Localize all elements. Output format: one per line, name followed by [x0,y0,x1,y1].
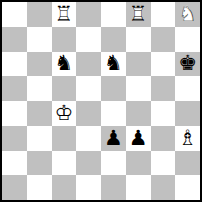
piece-black-pawn[interactable]: ♟ [101,126,126,151]
square-c8[interactable]: ♜♖ [52,2,77,27]
pawn-glyph: ♟ [126,126,151,151]
square-g1[interactable] [151,175,176,200]
piece-white-rook[interactable]: ♜♖ [126,2,151,27]
square-e8[interactable] [101,2,126,27]
square-d1[interactable] [76,175,101,200]
square-c2[interactable] [52,151,77,176]
rook-outline-glyph: ♖ [52,2,77,27]
square-a5[interactable] [2,76,27,101]
square-g6[interactable] [151,52,176,77]
square-d6[interactable] [76,52,101,77]
square-b3[interactable] [27,126,52,151]
square-e7[interactable] [101,27,126,52]
square-e5[interactable] [101,76,126,101]
square-e3[interactable]: ♟ [101,126,126,151]
bishop-outline-glyph: ♗ [175,126,200,151]
square-f1[interactable] [126,175,151,200]
chessboard: ♜♖♜♖♞♘♞♞♚♚♔♟♟♝♗ [0,0,202,202]
square-f5[interactable] [126,76,151,101]
square-b5[interactable] [27,76,52,101]
pawn-glyph: ♟ [101,126,126,151]
square-f4[interactable] [126,101,151,126]
square-a6[interactable] [2,52,27,77]
square-g5[interactable] [151,76,176,101]
square-c7[interactable] [52,27,77,52]
king-glyph: ♚ [175,52,200,77]
square-f8[interactable]: ♜♖ [126,2,151,27]
rook-outline-glyph: ♖ [126,2,151,27]
square-c4[interactable]: ♚♔ [52,101,77,126]
square-g3[interactable] [151,126,176,151]
square-b6[interactable] [27,52,52,77]
square-f2[interactable] [126,151,151,176]
piece-black-knight[interactable]: ♞ [101,52,126,77]
square-d2[interactable] [76,151,101,176]
piece-white-bishop[interactable]: ♝♗ [175,126,200,151]
square-d3[interactable] [76,126,101,151]
square-e4[interactable] [101,101,126,126]
square-c5[interactable] [52,76,77,101]
square-a2[interactable] [2,151,27,176]
square-h7[interactable] [175,27,200,52]
square-g2[interactable] [151,151,176,176]
square-f7[interactable] [126,27,151,52]
square-g7[interactable] [151,27,176,52]
square-c1[interactable] [52,175,77,200]
square-d7[interactable] [76,27,101,52]
square-d4[interactable] [76,101,101,126]
square-a4[interactable] [2,101,27,126]
piece-white-king[interactable]: ♚♔ [52,101,77,126]
square-f6[interactable] [126,52,151,77]
square-h3[interactable]: ♝♗ [175,126,200,151]
square-a1[interactable] [2,175,27,200]
square-h6[interactable]: ♚ [175,52,200,77]
square-b1[interactable] [27,175,52,200]
square-g4[interactable] [151,101,176,126]
square-a3[interactable] [2,126,27,151]
square-h5[interactable] [175,76,200,101]
square-d5[interactable] [76,76,101,101]
king-outline-glyph: ♔ [52,101,77,126]
square-a7[interactable] [2,27,27,52]
piece-white-knight[interactable]: ♞♘ [175,2,200,27]
square-h1[interactable] [175,175,200,200]
square-e2[interactable] [101,151,126,176]
square-f3[interactable]: ♟ [126,126,151,151]
square-d8[interactable] [76,2,101,27]
square-e1[interactable] [101,175,126,200]
piece-black-king[interactable]: ♚ [175,52,200,77]
square-c3[interactable] [52,126,77,151]
piece-white-rook[interactable]: ♜♖ [52,2,77,27]
knight-outline-glyph: ♘ [175,2,200,27]
square-b4[interactable] [27,101,52,126]
square-h4[interactable] [175,101,200,126]
square-e6[interactable]: ♞ [101,52,126,77]
square-c6[interactable]: ♞ [52,52,77,77]
square-h8[interactable]: ♞♘ [175,2,200,27]
piece-black-knight[interactable]: ♞ [52,52,77,77]
knight-glyph: ♞ [52,52,77,77]
square-b8[interactable] [27,2,52,27]
square-g8[interactable] [151,2,176,27]
square-h2[interactable] [175,151,200,176]
square-b2[interactable] [27,151,52,176]
square-b7[interactable] [27,27,52,52]
square-a8[interactable] [2,2,27,27]
knight-glyph: ♞ [101,52,126,77]
piece-black-pawn[interactable]: ♟ [126,126,151,151]
